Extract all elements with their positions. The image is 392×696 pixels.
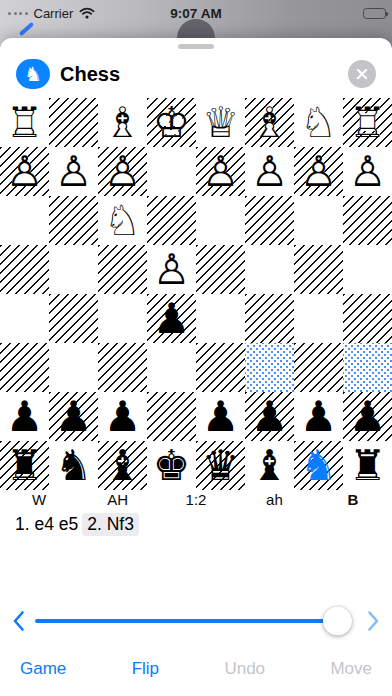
- white-king: ♔: [147, 98, 196, 147]
- square-e1[interactable]: ♚♔: [147, 98, 196, 147]
- undo-button[interactable]: Undo: [224, 659, 265, 679]
- knight-logo-glyph: ♞: [24, 64, 42, 84]
- white-pawn: ♙: [98, 147, 147, 196]
- square-a5[interactable]: [343, 294, 392, 343]
- square-h7[interactable]: ♟: [0, 392, 49, 441]
- square-b2[interactable]: ♟♙: [294, 147, 343, 196]
- square-f1[interactable]: ♝♗: [98, 98, 147, 147]
- square-g6[interactable]: [49, 343, 98, 392]
- square-e4[interactable]: ♟♙: [147, 245, 196, 294]
- info-label-4: B: [314, 491, 392, 508]
- move-slider-row: [0, 604, 392, 638]
- white-knight: ♘: [98, 196, 147, 245]
- square-a7[interactable]: ♟: [343, 392, 392, 441]
- white-pawn: ♙: [147, 245, 196, 294]
- square-e7[interactable]: [147, 392, 196, 441]
- black-pawn: ♟: [343, 392, 392, 441]
- square-g4[interactable]: [49, 245, 98, 294]
- white-pawn: ♙: [343, 147, 392, 196]
- info-label-0: W: [0, 491, 78, 508]
- black-pawn: ♟: [98, 392, 147, 441]
- black-pawn: ♟: [196, 392, 245, 441]
- chess-app-logo-icon: ♞: [16, 59, 50, 89]
- square-h6[interactable]: [0, 343, 49, 392]
- square-e5[interactable]: ♟: [147, 294, 196, 343]
- square-g7[interactable]: ♟: [49, 392, 98, 441]
- square-h4[interactable]: [0, 245, 49, 294]
- square-d7[interactable]: ♟: [196, 392, 245, 441]
- black-knight: ♞: [49, 441, 98, 490]
- white-pawn: ♙: [245, 147, 294, 196]
- square-f5[interactable]: [98, 294, 147, 343]
- black-pawn: ♟: [0, 392, 49, 441]
- move-slider-track[interactable]: [35, 619, 337, 623]
- move-list: 1. e4 e5 2. Nf3: [0, 511, 392, 537]
- black-rook: ♜: [343, 441, 392, 490]
- close-icon: [356, 68, 368, 80]
- square-f6[interactable]: [98, 343, 147, 392]
- black-pawn: ♟: [147, 294, 196, 343]
- square-d3[interactable]: [196, 196, 245, 245]
- sheet-grabber[interactable]: [178, 44, 214, 49]
- white-queen: ♕: [196, 98, 245, 147]
- square-h5[interactable]: [0, 294, 49, 343]
- flip-button[interactable]: Flip: [132, 659, 159, 679]
- game-button[interactable]: Game: [20, 659, 66, 679]
- square-e6[interactable]: [147, 343, 196, 392]
- step-back-chevron-button[interactable]: [12, 610, 25, 632]
- square-b4[interactable]: [294, 245, 343, 294]
- square-e8[interactable]: ♚: [147, 441, 196, 490]
- square-c4[interactable]: [245, 245, 294, 294]
- square-c2[interactable]: ♟♙: [245, 147, 294, 196]
- info-label-3: ah: [235, 491, 313, 508]
- move-button[interactable]: Move: [330, 659, 372, 679]
- square-a2[interactable]: ♟♙: [343, 147, 392, 196]
- cellular-signal-icon: [8, 12, 28, 15]
- square-b7[interactable]: ♟: [294, 392, 343, 441]
- black-pawn: ♟: [245, 392, 294, 441]
- chess-sheet: ♞ Chess ♜♖♝♗♚♔♛♕♝♗♞♘♜♖♟♙♟♙♟♙♟♙♟♙♟♙♟♙♞♘♟♙…: [0, 38, 392, 696]
- white-pawn: ♙: [0, 147, 49, 196]
- square-f7[interactable]: ♟: [98, 392, 147, 441]
- square-c5[interactable]: [245, 294, 294, 343]
- move-slider-thumb[interactable]: [323, 607, 352, 636]
- square-h2[interactable]: ♟♙: [0, 147, 49, 196]
- white-rook: ♖: [343, 98, 392, 147]
- square-g8[interactable]: ♞: [49, 441, 98, 490]
- square-b6[interactable]: [294, 343, 343, 392]
- square-g2[interactable]: ♟♙: [49, 147, 98, 196]
- square-c1[interactable]: ♝♗: [245, 98, 294, 147]
- square-d6[interactable]: [196, 343, 245, 392]
- square-f8[interactable]: ♝: [98, 441, 147, 490]
- square-f4[interactable]: [98, 245, 147, 294]
- square-a3[interactable]: [343, 196, 392, 245]
- info-label-2: 1:2: [157, 491, 235, 508]
- current-move[interactable]: 2. Nf3: [82, 513, 139, 536]
- square-b5[interactable]: [294, 294, 343, 343]
- chess-board[interactable]: ♜♖♝♗♚♔♛♕♝♗♞♘♜♖♟♙♟♙♟♙♟♙♟♙♟♙♟♙♞♘♟♙♟♟♟♟♟♟♟♟…: [0, 98, 392, 490]
- white-pawn: ♙: [294, 147, 343, 196]
- carrier-label: Carrier: [34, 6, 74, 21]
- screen: Carrier 9:07 AM ♞ Chess ♜♖♝♗♚♔♛♕♝♗♞♘♜♖♟♙…: [0, 0, 392, 696]
- player-info-row: WAH1:2ahB: [0, 490, 392, 509]
- close-button[interactable]: [348, 60, 376, 88]
- square-c6[interactable]: [245, 343, 294, 392]
- white-pawn: ♙: [196, 147, 245, 196]
- square-g5[interactable]: [49, 294, 98, 343]
- square-g3[interactable]: [49, 196, 98, 245]
- black-pawn: ♟: [294, 392, 343, 441]
- square-a8[interactable]: ♜: [343, 441, 392, 490]
- black-pawn: ♟: [49, 392, 98, 441]
- white-rook: ♖: [0, 98, 49, 147]
- sheet-header: ♞ Chess: [0, 50, 392, 98]
- white-bishop: ♗: [98, 98, 147, 147]
- info-label-1: AH: [78, 491, 156, 508]
- square-a1[interactable]: ♜♖: [343, 98, 392, 147]
- battery-icon: [363, 8, 386, 19]
- square-f2[interactable]: ♟♙: [98, 147, 147, 196]
- square-a6[interactable]: [343, 343, 392, 392]
- black-knight-selected: ♞: [294, 441, 343, 490]
- played-moves[interactable]: 1. e4 e5: [15, 514, 78, 535]
- square-d5[interactable]: [196, 294, 245, 343]
- square-a4[interactable]: [343, 245, 392, 294]
- square-h1[interactable]: ♜♖: [0, 98, 49, 147]
- square-d8[interactable]: ♛: [196, 441, 245, 490]
- square-h3[interactable]: [0, 196, 49, 245]
- square-b8[interactable]: ♞: [294, 441, 343, 490]
- wifi-icon: [79, 7, 95, 19]
- square-c7[interactable]: ♟: [245, 392, 294, 441]
- square-c8[interactable]: ♝: [245, 441, 294, 490]
- black-king: ♚: [147, 441, 196, 490]
- square-f3[interactable]: ♞♘: [98, 196, 147, 245]
- black-bishop: ♝: [245, 441, 294, 490]
- square-d4[interactable]: [196, 245, 245, 294]
- white-bishop: ♗: [245, 98, 294, 147]
- black-queen: ♛: [196, 441, 245, 490]
- square-d2[interactable]: ♟♙: [196, 147, 245, 196]
- step-forward-chevron-button[interactable]: [367, 610, 380, 632]
- square-e2[interactable]: [147, 147, 196, 196]
- square-b3[interactable]: [294, 196, 343, 245]
- square-g1[interactable]: [49, 98, 98, 147]
- square-d1[interactable]: ♛♕: [196, 98, 245, 147]
- square-c3[interactable]: [245, 196, 294, 245]
- square-h8[interactable]: ♜: [0, 441, 49, 490]
- white-pawn: ♙: [49, 147, 98, 196]
- square-b1[interactable]: ♞♘: [294, 98, 343, 147]
- bottom-toolbar: GameFlipUndoMove: [0, 652, 392, 696]
- square-e3[interactable]: [147, 196, 196, 245]
- status-bar: Carrier 9:07 AM: [0, 0, 392, 22]
- page-title: Chess: [60, 63, 120, 86]
- background-pencil-line: [19, 22, 34, 36]
- black-bishop: ♝: [98, 441, 147, 490]
- white-knight: ♘: [294, 98, 343, 147]
- black-rook: ♜: [0, 441, 49, 490]
